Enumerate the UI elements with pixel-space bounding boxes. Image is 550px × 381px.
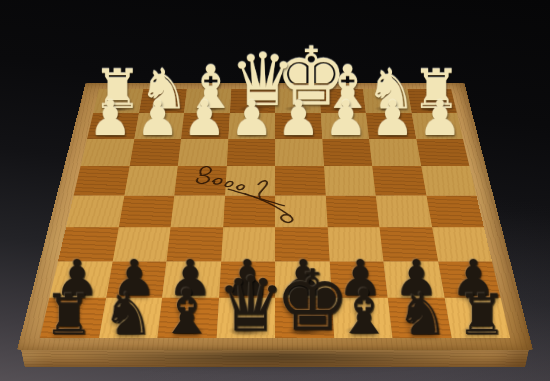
perspective-wrapper: ♜♞♝♛♚♝♞♜♟♟♟♟♟♟♟♟♟♟♟♟♟♟♟♟♜♞♝♛♚♝♞♜	[0, 0, 550, 381]
board-squares: ♜♞♝♛♚♝♞♜♟♟♟♟♟♟♟♟♟♟♟♟♟♟♟♟♜♞♝♛♚♝♞♜	[40, 89, 510, 338]
square[interactable]	[416, 139, 469, 166]
square[interactable]	[376, 196, 432, 228]
square[interactable]: ♞	[99, 298, 163, 338]
square[interactable]: ♝	[157, 298, 218, 338]
white-pawn[interactable]: ♟	[228, 94, 275, 142]
square[interactable]	[178, 139, 228, 166]
white-pawn[interactable]: ♟	[134, 94, 181, 142]
square[interactable]: ♟	[134, 113, 184, 139]
square[interactable]	[74, 166, 130, 195]
board-frame: ♜♞♝♛♚♝♞♜♟♟♟♟♟♟♟♟♟♟♟♟♟♟♟♟♜♞♝♛♚♝♞♜	[17, 83, 533, 350]
square[interactable]	[66, 196, 124, 228]
black-knight[interactable]: ♞	[98, 285, 157, 343]
square[interactable]	[426, 196, 484, 228]
square[interactable]	[124, 166, 178, 195]
square[interactable]	[225, 166, 275, 195]
square[interactable]	[324, 166, 376, 195]
white-pawn[interactable]: ♟	[87, 94, 134, 142]
black-rook[interactable]: ♜	[39, 287, 98, 343]
black-bishop[interactable]: ♝	[157, 281, 216, 343]
square[interactable]: ♝	[331, 298, 392, 338]
white-pawn[interactable]: ♟	[369, 94, 416, 142]
square[interactable]	[226, 139, 275, 166]
white-pawn[interactable]: ♟	[181, 94, 228, 142]
square[interactable]	[118, 196, 174, 228]
square[interactable]	[171, 196, 225, 228]
square[interactable]	[129, 139, 181, 166]
black-knight[interactable]: ♞	[393, 285, 452, 343]
photo-scene: ♜♞♝♛♚♝♞♜♟♟♟♟♟♟♟♟♟♟♟♟♟♟♟♟♜♞♝♛♚♝♞♜	[0, 0, 550, 381]
square[interactable]: ♟	[411, 113, 463, 139]
square[interactable]	[81, 139, 134, 166]
square[interactable]: ♟	[228, 113, 275, 139]
square[interactable]	[275, 166, 325, 195]
square[interactable]	[275, 139, 324, 166]
square[interactable]: ♟	[181, 113, 229, 139]
square[interactable]: ♛	[216, 298, 275, 338]
white-pawn[interactable]: ♟	[322, 94, 369, 142]
square[interactable]	[369, 139, 421, 166]
board-front-edge	[21, 350, 529, 367]
square[interactable]	[325, 196, 379, 228]
square[interactable]: ♜	[444, 298, 510, 338]
square[interactable]: ♞	[388, 298, 452, 338]
square[interactable]	[372, 166, 426, 195]
square[interactable]	[174, 166, 226, 195]
square[interactable]	[421, 166, 477, 195]
square[interactable]: ♟	[366, 113, 416, 139]
square[interactable]: ♟	[87, 113, 139, 139]
black-bishop[interactable]: ♝	[334, 281, 393, 343]
white-pawn[interactable]: ♟	[416, 94, 463, 142]
black-queen[interactable]: ♛	[216, 267, 275, 343]
square[interactable]: ♜	[40, 298, 106, 338]
square[interactable]	[223, 196, 275, 228]
square[interactable]	[275, 196, 327, 228]
square[interactable]: ♟	[275, 113, 322, 139]
square[interactable]: ♟	[320, 113, 368, 139]
square[interactable]	[322, 139, 372, 166]
white-pawn[interactable]: ♟	[275, 94, 322, 142]
chess-board: ♜♞♝♛♚♝♞♜♟♟♟♟♟♟♟♟♟♟♟♟♟♟♟♟♜♞♝♛♚♝♞♜	[17, 83, 533, 350]
black-rook[interactable]: ♜	[452, 287, 511, 343]
